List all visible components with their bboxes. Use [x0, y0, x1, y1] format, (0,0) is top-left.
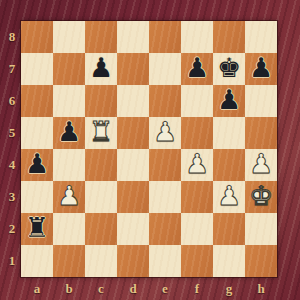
square-a7[interactable] [21, 53, 53, 85]
square-g8[interactable] [213, 21, 245, 53]
square-f1[interactable] [181, 245, 213, 277]
square-d4[interactable] [117, 149, 149, 181]
square-a1[interactable] [21, 245, 53, 277]
square-a5[interactable] [21, 117, 53, 149]
square-b8[interactable] [53, 21, 85, 53]
square-e5[interactable]: ♟ [149, 117, 181, 149]
square-e8[interactable] [149, 21, 181, 53]
piece-white-pawn[interactable]: ♟ [249, 148, 273, 180]
square-b5[interactable]: ♟ [53, 117, 85, 149]
piece-black-pawn[interactable]: ♟ [217, 84, 241, 116]
square-e1[interactable] [149, 245, 181, 277]
piece-black-pawn[interactable]: ♟ [57, 116, 81, 148]
file-label-d: d [117, 277, 149, 300]
square-a6[interactable] [21, 85, 53, 117]
square-h7[interactable]: ♟ [245, 53, 277, 85]
square-b2[interactable] [53, 213, 85, 245]
square-h8[interactable] [245, 21, 277, 53]
square-b1[interactable] [53, 245, 85, 277]
piece-white-pawn[interactable]: ♟ [217, 180, 241, 212]
square-h3[interactable]: ♚ [245, 181, 277, 213]
rank-label-1: 1 [0, 245, 21, 277]
square-c5[interactable]: ♜ [85, 117, 117, 149]
square-e3[interactable] [149, 181, 181, 213]
rank-label-4: 4 [0, 149, 21, 181]
square-f3[interactable] [181, 181, 213, 213]
square-a2[interactable]: ♜ [21, 213, 53, 245]
file-label-h: h [245, 277, 277, 300]
piece-black-rook[interactable]: ♜ [25, 212, 49, 244]
square-f4[interactable]: ♟ [181, 149, 213, 181]
square-c8[interactable] [85, 21, 117, 53]
square-g4[interactable] [213, 149, 245, 181]
square-g5[interactable] [213, 117, 245, 149]
piece-black-pawn[interactable]: ♟ [249, 52, 273, 84]
file-label-a: a [21, 277, 53, 300]
square-f5[interactable] [181, 117, 213, 149]
square-d6[interactable] [117, 85, 149, 117]
square-g3[interactable]: ♟ [213, 181, 245, 213]
square-h1[interactable] [245, 245, 277, 277]
file-label-b: b [53, 277, 85, 300]
piece-black-pawn[interactable]: ♟ [25, 148, 49, 180]
square-c1[interactable] [85, 245, 117, 277]
piece-white-pawn[interactable]: ♟ [185, 148, 209, 180]
square-h4[interactable]: ♟ [245, 149, 277, 181]
rank-label-3: 3 [0, 181, 21, 213]
square-b4[interactable] [53, 149, 85, 181]
square-c4[interactable] [85, 149, 117, 181]
square-g7[interactable]: ♚ [213, 53, 245, 85]
square-d3[interactable] [117, 181, 149, 213]
piece-black-pawn[interactable]: ♟ [185, 52, 209, 84]
piece-white-king[interactable]: ♚ [249, 180, 273, 212]
chess-board-frame: ♟♟♚♟♟♟♜♟♟♟♟♟♟♚♜ 87654321abcdefgh [0, 0, 300, 300]
square-c7[interactable]: ♟ [85, 53, 117, 85]
piece-black-pawn[interactable]: ♟ [89, 52, 113, 84]
square-b7[interactable] [53, 53, 85, 85]
square-c6[interactable] [85, 85, 117, 117]
rank-label-5: 5 [0, 117, 21, 149]
file-label-f: f [181, 277, 213, 300]
square-e2[interactable] [149, 213, 181, 245]
rank-label-7: 7 [0, 53, 21, 85]
square-e7[interactable] [149, 53, 181, 85]
square-h2[interactable] [245, 213, 277, 245]
piece-white-pawn[interactable]: ♟ [153, 116, 177, 148]
piece-black-king[interactable]: ♚ [217, 52, 241, 84]
square-b3[interactable]: ♟ [53, 181, 85, 213]
square-d5[interactable] [117, 117, 149, 149]
square-c3[interactable] [85, 181, 117, 213]
rank-label-6: 6 [0, 85, 21, 117]
square-h6[interactable] [245, 85, 277, 117]
file-label-e: e [149, 277, 181, 300]
square-h5[interactable] [245, 117, 277, 149]
square-d2[interactable] [117, 213, 149, 245]
chess-board: ♟♟♚♟♟♟♜♟♟♟♟♟♟♚♜ [21, 21, 277, 277]
rank-label-2: 2 [0, 213, 21, 245]
square-f6[interactable] [181, 85, 213, 117]
square-d7[interactable] [117, 53, 149, 85]
piece-white-rook[interactable]: ♜ [89, 116, 113, 148]
square-d1[interactable] [117, 245, 149, 277]
square-f2[interactable] [181, 213, 213, 245]
square-e6[interactable] [149, 85, 181, 117]
square-g1[interactable] [213, 245, 245, 277]
square-f8[interactable] [181, 21, 213, 53]
file-label-c: c [85, 277, 117, 300]
square-f7[interactable]: ♟ [181, 53, 213, 85]
square-a4[interactable]: ♟ [21, 149, 53, 181]
square-d8[interactable] [117, 21, 149, 53]
square-b6[interactable] [53, 85, 85, 117]
square-c2[interactable] [85, 213, 117, 245]
file-label-g: g [213, 277, 245, 300]
square-g2[interactable] [213, 213, 245, 245]
piece-white-pawn[interactable]: ♟ [57, 180, 81, 212]
square-a3[interactable] [21, 181, 53, 213]
square-g6[interactable]: ♟ [213, 85, 245, 117]
rank-label-8: 8 [0, 21, 21, 53]
square-e4[interactable] [149, 149, 181, 181]
square-a8[interactable] [21, 21, 53, 53]
